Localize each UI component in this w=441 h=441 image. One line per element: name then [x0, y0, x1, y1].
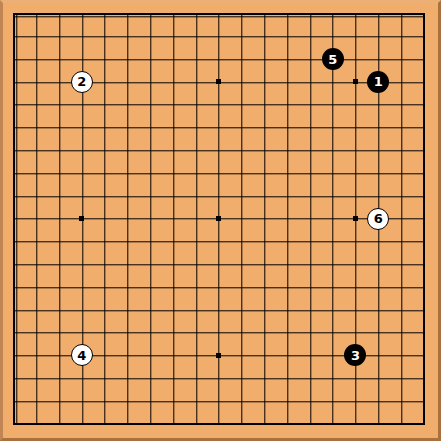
intersection[interactable] [253, 344, 276, 367]
intersection[interactable] [207, 184, 230, 207]
intersection[interactable] [71, 184, 94, 207]
intersection[interactable] [25, 25, 48, 48]
intersection[interactable] [344, 116, 367, 139]
intersection[interactable] [71, 321, 94, 344]
intersection[interactable] [298, 253, 321, 276]
intersection[interactable] [321, 2, 344, 25]
intersection[interactable] [367, 344, 390, 367]
intersection[interactable] [207, 321, 230, 344]
intersection[interactable] [230, 184, 253, 207]
intersection[interactable] [116, 48, 139, 71]
intersection[interactable] [2, 162, 25, 185]
intersection[interactable] [344, 25, 367, 48]
intersection[interactable] [276, 162, 299, 185]
intersection[interactable] [184, 48, 207, 71]
intersection[interactable] [71, 207, 94, 230]
intersection[interactable] [298, 2, 321, 25]
intersection[interactable] [276, 276, 299, 299]
intersection[interactable] [139, 25, 162, 48]
intersection[interactable] [139, 139, 162, 162]
intersection[interactable] [71, 48, 94, 71]
intersection[interactable] [139, 207, 162, 230]
intersection[interactable] [93, 390, 116, 413]
intersection[interactable] [2, 184, 25, 207]
intersection[interactable] [344, 298, 367, 321]
intersection[interactable] [48, 116, 71, 139]
intersection[interactable] [48, 298, 71, 321]
intersection[interactable] [48, 25, 71, 48]
intersection[interactable] [71, 2, 94, 25]
intersection[interactable] [116, 367, 139, 390]
intersection[interactable] [71, 230, 94, 253]
intersection[interactable] [298, 162, 321, 185]
intersection[interactable] [276, 48, 299, 71]
intersection[interactable] [367, 162, 390, 185]
intersection[interactable] [71, 116, 94, 139]
intersection[interactable] [25, 344, 48, 367]
intersection[interactable] [2, 139, 25, 162]
intersection[interactable]: 4 [71, 344, 94, 367]
intersection[interactable] [367, 276, 390, 299]
intersection[interactable] [116, 344, 139, 367]
intersection[interactable] [253, 2, 276, 25]
intersection[interactable] [390, 139, 413, 162]
intersection[interactable] [116, 71, 139, 94]
intersection[interactable] [207, 298, 230, 321]
intersection[interactable] [48, 321, 71, 344]
intersection[interactable] [390, 207, 413, 230]
intersection[interactable] [412, 412, 435, 435]
intersection[interactable] [184, 139, 207, 162]
intersection[interactable] [2, 93, 25, 116]
intersection[interactable] [276, 139, 299, 162]
intersection[interactable] [93, 276, 116, 299]
intersection[interactable] [230, 390, 253, 413]
intersection[interactable] [139, 344, 162, 367]
intersection[interactable] [367, 253, 390, 276]
intersection[interactable] [253, 139, 276, 162]
intersection[interactable] [207, 93, 230, 116]
intersection[interactable] [230, 253, 253, 276]
intersection[interactable] [321, 162, 344, 185]
intersection[interactable] [390, 48, 413, 71]
intersection[interactable] [344, 184, 367, 207]
intersection[interactable] [2, 207, 25, 230]
intersection[interactable] [253, 48, 276, 71]
intersection[interactable] [298, 184, 321, 207]
intersection[interactable] [116, 139, 139, 162]
intersection[interactable] [367, 48, 390, 71]
intersection[interactable] [367, 25, 390, 48]
intersection[interactable]: 6 [367, 207, 390, 230]
intersection[interactable] [48, 253, 71, 276]
intersection[interactable] [276, 298, 299, 321]
intersection[interactable] [25, 367, 48, 390]
intersection[interactable] [321, 71, 344, 94]
intersection[interactable] [207, 276, 230, 299]
intersection[interactable] [93, 207, 116, 230]
intersection[interactable] [367, 2, 390, 25]
intersection[interactable] [2, 321, 25, 344]
intersection[interactable] [276, 2, 299, 25]
intersection[interactable] [367, 412, 390, 435]
intersection[interactable] [207, 139, 230, 162]
intersection[interactable] [25, 162, 48, 185]
intersection[interactable] [390, 116, 413, 139]
intersection[interactable] [321, 344, 344, 367]
intersection[interactable] [253, 25, 276, 48]
intersection[interactable] [230, 25, 253, 48]
intersection[interactable] [321, 321, 344, 344]
intersection[interactable] [276, 71, 299, 94]
intersection[interactable] [184, 207, 207, 230]
intersection[interactable] [412, 184, 435, 207]
intersection[interactable] [412, 93, 435, 116]
intersection[interactable] [116, 253, 139, 276]
intersection[interactable] [25, 139, 48, 162]
intersection[interactable] [48, 344, 71, 367]
intersection[interactable] [93, 253, 116, 276]
intersection[interactable] [25, 116, 48, 139]
intersection[interactable] [412, 276, 435, 299]
intersection[interactable] [390, 25, 413, 48]
intersection[interactable] [412, 344, 435, 367]
intersection[interactable] [2, 116, 25, 139]
intersection[interactable] [298, 230, 321, 253]
intersection[interactable]: 5 [321, 48, 344, 71]
intersection[interactable] [367, 321, 390, 344]
intersection[interactable] [367, 139, 390, 162]
intersection[interactable] [412, 25, 435, 48]
intersection[interactable] [367, 390, 390, 413]
intersection[interactable] [162, 93, 185, 116]
intersection[interactable] [230, 207, 253, 230]
intersection[interactable] [253, 230, 276, 253]
intersection[interactable] [344, 162, 367, 185]
intersection[interactable] [344, 253, 367, 276]
intersection[interactable] [207, 412, 230, 435]
intersection[interactable] [162, 207, 185, 230]
intersection[interactable] [93, 25, 116, 48]
intersection[interactable] [276, 184, 299, 207]
intersection[interactable] [230, 230, 253, 253]
intersection[interactable] [207, 367, 230, 390]
intersection[interactable] [25, 48, 48, 71]
intersection[interactable] [162, 321, 185, 344]
intersection[interactable] [321, 116, 344, 139]
intersection[interactable] [25, 412, 48, 435]
intersection[interactable] [321, 367, 344, 390]
intersection[interactable]: 2 [71, 71, 94, 94]
intersection[interactable] [2, 276, 25, 299]
intersection[interactable] [184, 2, 207, 25]
intersection[interactable] [253, 207, 276, 230]
intersection[interactable] [139, 253, 162, 276]
intersection[interactable] [344, 71, 367, 94]
intersection[interactable] [207, 2, 230, 25]
intersection[interactable] [207, 162, 230, 185]
intersection[interactable] [276, 367, 299, 390]
intersection[interactable] [116, 184, 139, 207]
intersection[interactable] [230, 276, 253, 299]
intersection[interactable] [48, 71, 71, 94]
intersection[interactable] [162, 25, 185, 48]
intersection[interactable] [25, 184, 48, 207]
intersection[interactable] [390, 298, 413, 321]
intersection[interactable] [162, 298, 185, 321]
intersection[interactable] [116, 93, 139, 116]
intersection[interactable] [230, 48, 253, 71]
intersection[interactable] [390, 2, 413, 25]
intersection[interactable] [321, 412, 344, 435]
intersection[interactable] [276, 390, 299, 413]
intersection[interactable] [48, 2, 71, 25]
intersection[interactable] [230, 71, 253, 94]
intersection[interactable] [48, 207, 71, 230]
intersection[interactable] [390, 184, 413, 207]
intersection[interactable] [93, 93, 116, 116]
intersection[interactable] [412, 116, 435, 139]
intersection[interactable] [2, 367, 25, 390]
intersection[interactable] [321, 298, 344, 321]
intersection[interactable] [93, 344, 116, 367]
intersection[interactable] [184, 71, 207, 94]
intersection[interactable] [253, 71, 276, 94]
intersection[interactable] [93, 139, 116, 162]
intersection[interactable] [207, 71, 230, 94]
intersection[interactable] [298, 48, 321, 71]
intersection[interactable]: 1 [367, 71, 390, 94]
intersection[interactable] [48, 412, 71, 435]
intersection[interactable] [253, 93, 276, 116]
intersection[interactable] [139, 93, 162, 116]
intersection[interactable] [162, 71, 185, 94]
intersection[interactable] [71, 298, 94, 321]
intersection[interactable] [71, 276, 94, 299]
intersection[interactable] [207, 207, 230, 230]
intersection[interactable] [412, 71, 435, 94]
intersection[interactable] [25, 230, 48, 253]
intersection[interactable] [116, 207, 139, 230]
intersection[interactable] [25, 253, 48, 276]
intersection[interactable] [139, 367, 162, 390]
intersection[interactable] [116, 412, 139, 435]
intersection[interactable] [298, 93, 321, 116]
intersection[interactable] [276, 207, 299, 230]
intersection[interactable] [25, 2, 48, 25]
intersection[interactable] [25, 321, 48, 344]
intersection[interactable] [184, 344, 207, 367]
intersection[interactable] [2, 344, 25, 367]
intersection[interactable] [321, 253, 344, 276]
intersection[interactable] [298, 116, 321, 139]
intersection[interactable] [184, 321, 207, 344]
intersection[interactable] [48, 230, 71, 253]
intersection[interactable] [230, 93, 253, 116]
intersection[interactable] [412, 321, 435, 344]
intersection[interactable] [162, 230, 185, 253]
intersection[interactable] [184, 116, 207, 139]
intersection[interactable] [116, 230, 139, 253]
intersection[interactable] [344, 139, 367, 162]
intersection[interactable] [71, 253, 94, 276]
intersection[interactable] [2, 298, 25, 321]
intersection[interactable] [207, 230, 230, 253]
intersection[interactable] [93, 162, 116, 185]
intersection[interactable] [344, 321, 367, 344]
intersection[interactable] [93, 184, 116, 207]
intersection[interactable] [207, 390, 230, 413]
intersection[interactable] [298, 367, 321, 390]
intersection[interactable] [207, 25, 230, 48]
intersection[interactable] [48, 367, 71, 390]
intersection[interactable] [139, 184, 162, 207]
intersection[interactable] [71, 93, 94, 116]
intersection[interactable] [162, 390, 185, 413]
intersection[interactable] [298, 276, 321, 299]
intersection[interactable] [139, 276, 162, 299]
intersection[interactable] [184, 253, 207, 276]
intersection[interactable] [230, 116, 253, 139]
intersection[interactable] [139, 162, 162, 185]
intersection[interactable] [71, 25, 94, 48]
intersection[interactable] [184, 184, 207, 207]
intersection[interactable] [298, 344, 321, 367]
intersection[interactable] [390, 276, 413, 299]
intersection[interactable] [184, 162, 207, 185]
intersection[interactable] [93, 321, 116, 344]
intersection[interactable] [367, 367, 390, 390]
intersection[interactable] [321, 139, 344, 162]
intersection[interactable] [253, 253, 276, 276]
intersection[interactable] [162, 412, 185, 435]
intersection[interactable] [71, 162, 94, 185]
intersection[interactable] [276, 412, 299, 435]
intersection[interactable] [412, 367, 435, 390]
intersection[interactable] [116, 298, 139, 321]
intersection[interactable] [298, 207, 321, 230]
intersection[interactable] [253, 298, 276, 321]
intersection[interactable] [412, 230, 435, 253]
intersection[interactable] [25, 71, 48, 94]
intersection[interactable] [2, 2, 25, 25]
intersection[interactable] [276, 25, 299, 48]
intersection[interactable] [344, 48, 367, 71]
intersection[interactable] [93, 412, 116, 435]
intersection[interactable] [25, 298, 48, 321]
intersection[interactable] [184, 298, 207, 321]
intersection[interactable] [116, 162, 139, 185]
intersection[interactable] [412, 298, 435, 321]
intersection[interactable] [48, 93, 71, 116]
intersection[interactable] [116, 116, 139, 139]
intersection[interactable] [93, 367, 116, 390]
intersection[interactable] [298, 298, 321, 321]
intersection[interactable] [412, 139, 435, 162]
intersection[interactable] [2, 230, 25, 253]
intersection[interactable] [390, 344, 413, 367]
intersection[interactable] [412, 2, 435, 25]
intersection[interactable] [71, 412, 94, 435]
intersection[interactable] [321, 390, 344, 413]
intersection[interactable] [2, 412, 25, 435]
intersection[interactable] [162, 367, 185, 390]
intersection[interactable] [253, 116, 276, 139]
intersection[interactable] [48, 162, 71, 185]
intersection[interactable] [390, 367, 413, 390]
intersection[interactable] [139, 116, 162, 139]
intersection[interactable] [298, 139, 321, 162]
intersection[interactable] [48, 184, 71, 207]
intersection[interactable] [390, 230, 413, 253]
intersection[interactable] [71, 390, 94, 413]
intersection[interactable] [139, 2, 162, 25]
intersection[interactable] [298, 412, 321, 435]
intersection[interactable] [298, 25, 321, 48]
intersection[interactable] [321, 207, 344, 230]
intersection[interactable] [367, 184, 390, 207]
intersection[interactable] [321, 93, 344, 116]
intersection[interactable] [344, 207, 367, 230]
intersection[interactable] [2, 48, 25, 71]
intersection[interactable] [48, 390, 71, 413]
intersection[interactable] [276, 321, 299, 344]
intersection[interactable] [116, 2, 139, 25]
intersection[interactable] [116, 321, 139, 344]
intersection[interactable] [230, 298, 253, 321]
intersection[interactable] [93, 71, 116, 94]
intersection[interactable] [230, 321, 253, 344]
intersection[interactable] [298, 321, 321, 344]
intersection[interactable] [367, 116, 390, 139]
intersection[interactable] [298, 71, 321, 94]
intersection[interactable] [344, 93, 367, 116]
intersection[interactable] [344, 230, 367, 253]
intersection[interactable] [162, 139, 185, 162]
intersection[interactable] [139, 298, 162, 321]
intersection[interactable] [367, 93, 390, 116]
intersection[interactable] [25, 93, 48, 116]
intersection[interactable] [390, 321, 413, 344]
intersection[interactable] [93, 2, 116, 25]
intersection[interactable] [116, 390, 139, 413]
intersection[interactable] [230, 344, 253, 367]
intersection[interactable] [412, 390, 435, 413]
intersection[interactable] [230, 162, 253, 185]
intersection[interactable] [253, 390, 276, 413]
intersection[interactable] [344, 412, 367, 435]
intersection[interactable] [276, 93, 299, 116]
intersection[interactable] [412, 48, 435, 71]
intersection[interactable] [253, 412, 276, 435]
intersection[interactable] [48, 276, 71, 299]
intersection[interactable] [184, 25, 207, 48]
intersection[interactable] [48, 48, 71, 71]
intersection[interactable] [162, 276, 185, 299]
intersection[interactable] [412, 253, 435, 276]
intersection[interactable] [139, 48, 162, 71]
intersection[interactable] [344, 367, 367, 390]
intersection[interactable] [207, 116, 230, 139]
intersection[interactable] [253, 321, 276, 344]
intersection[interactable] [321, 230, 344, 253]
intersection[interactable] [162, 48, 185, 71]
intersection[interactable] [162, 116, 185, 139]
intersection[interactable] [344, 2, 367, 25]
intersection[interactable] [139, 390, 162, 413]
intersection[interactable] [2, 71, 25, 94]
intersection[interactable] [344, 390, 367, 413]
